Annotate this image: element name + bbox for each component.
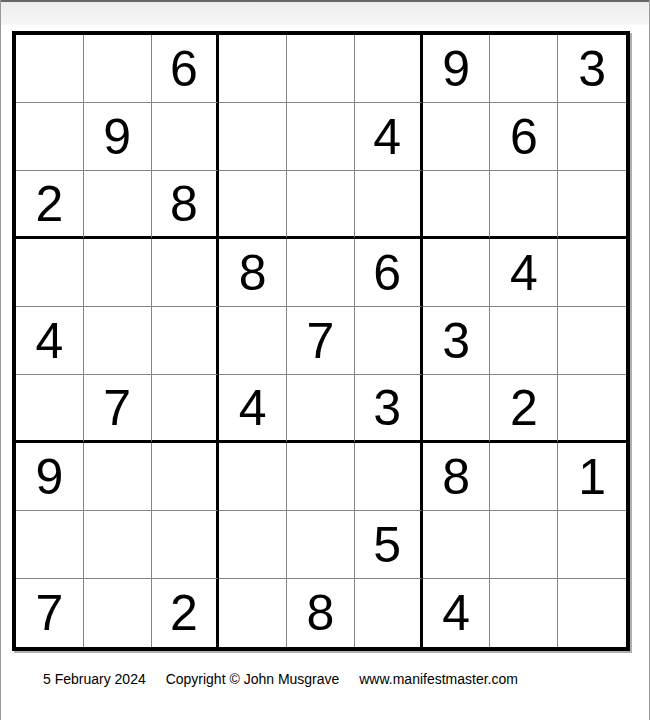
cell-r7c7[interactable]: 8 (423, 443, 491, 511)
cell-r9c7[interactable]: 4 (423, 579, 491, 647)
cell-r6c1[interactable] (16, 375, 84, 443)
cell-r2c5[interactable] (287, 103, 355, 171)
cell-r6c6[interactable]: 3 (355, 375, 423, 443)
cell-r8c4[interactable] (219, 511, 287, 579)
cell-r1c6[interactable] (355, 35, 423, 103)
cell-r1c8[interactable] (490, 35, 558, 103)
cell-r4c6[interactable]: 6 (355, 239, 423, 307)
cell-r9c5[interactable]: 8 (287, 579, 355, 647)
cell-r2c4[interactable] (219, 103, 287, 171)
cell-r3c7[interactable] (423, 171, 491, 239)
cell-r2c8[interactable]: 6 (490, 103, 558, 171)
cell-r8c7[interactable] (423, 511, 491, 579)
cell-r1c7[interactable]: 9 (423, 35, 491, 103)
cell-r2c1[interactable] (16, 103, 84, 171)
cell-r9c2[interactable] (84, 579, 152, 647)
footer-website: www.manifestmaster.com (359, 671, 518, 687)
cell-r8c5[interactable] (287, 511, 355, 579)
cell-r8c6[interactable]: 5 (355, 511, 423, 579)
cell-r1c9[interactable]: 3 (558, 35, 626, 103)
cell-r2c2[interactable]: 9 (84, 103, 152, 171)
cell-r4c3[interactable] (152, 239, 220, 307)
cell-r3c1[interactable]: 2 (16, 171, 84, 239)
footer: 5 February 2024 Copyright © John Musgrav… (43, 671, 518, 687)
cell-r2c7[interactable] (423, 103, 491, 171)
cell-r7c6[interactable] (355, 443, 423, 511)
cell-r3c9[interactable] (558, 171, 626, 239)
cell-r6c5[interactable] (287, 375, 355, 443)
cell-r5c7[interactable]: 3 (423, 307, 491, 375)
cell-r4c8[interactable]: 4 (490, 239, 558, 307)
cell-r6c8[interactable]: 2 (490, 375, 558, 443)
cell-r5c4[interactable] (219, 307, 287, 375)
footer-date: 5 February 2024 (43, 671, 146, 687)
cell-r5c8[interactable] (490, 307, 558, 375)
cell-r6c4[interactable]: 4 (219, 375, 287, 443)
cell-r5c9[interactable] (558, 307, 626, 375)
cell-r5c3[interactable] (152, 307, 220, 375)
cell-r7c8[interactable] (490, 443, 558, 511)
cell-r5c6[interactable] (355, 307, 423, 375)
cell-r1c4[interactable] (219, 35, 287, 103)
cell-r3c5[interactable] (287, 171, 355, 239)
cell-r3c8[interactable] (490, 171, 558, 239)
cell-r4c2[interactable] (84, 239, 152, 307)
cell-r7c5[interactable] (287, 443, 355, 511)
cell-r9c3[interactable]: 2 (152, 579, 220, 647)
cell-r3c2[interactable] (84, 171, 152, 239)
cell-r7c2[interactable] (84, 443, 152, 511)
cell-r3c6[interactable] (355, 171, 423, 239)
cell-r8c3[interactable] (152, 511, 220, 579)
cell-r3c4[interactable] (219, 171, 287, 239)
cell-r8c8[interactable] (490, 511, 558, 579)
cell-r4c7[interactable] (423, 239, 491, 307)
cell-r6c2[interactable]: 7 (84, 375, 152, 443)
sudoku-page: 69394628864473743298157284 5 February 20… (0, 0, 650, 720)
cell-r6c7[interactable] (423, 375, 491, 443)
cell-r1c5[interactable] (287, 35, 355, 103)
cell-r1c3[interactable]: 6 (152, 35, 220, 103)
cell-r9c9[interactable] (558, 579, 626, 647)
cell-r5c1[interactable]: 4 (16, 307, 84, 375)
cell-r1c1[interactable] (16, 35, 84, 103)
cell-r6c3[interactable] (152, 375, 220, 443)
cell-r1c2[interactable] (84, 35, 152, 103)
cell-r7c3[interactable] (152, 443, 220, 511)
page-top-band (1, 0, 649, 25)
cell-r7c1[interactable]: 9 (16, 443, 84, 511)
cell-r4c9[interactable] (558, 239, 626, 307)
cell-r8c9[interactable] (558, 511, 626, 579)
cell-r5c2[interactable] (84, 307, 152, 375)
sudoku-board: 69394628864473743298157284 (12, 31, 630, 651)
cell-r2c9[interactable] (558, 103, 626, 171)
cell-r2c3[interactable] (152, 103, 220, 171)
cell-r6c9[interactable] (558, 375, 626, 443)
cell-r4c1[interactable] (16, 239, 84, 307)
cell-r2c6[interactable]: 4 (355, 103, 423, 171)
cell-r8c2[interactable] (84, 511, 152, 579)
cell-r4c4[interactable]: 8 (219, 239, 287, 307)
footer-copyright: Copyright © John Musgrave (166, 671, 340, 687)
cell-r9c1[interactable]: 7 (16, 579, 84, 647)
cell-r3c3[interactable]: 8 (152, 171, 220, 239)
cell-r5c5[interactable]: 7 (287, 307, 355, 375)
cell-r9c4[interactable] (219, 579, 287, 647)
cell-r9c8[interactable] (490, 579, 558, 647)
cell-r7c4[interactable] (219, 443, 287, 511)
cell-r8c1[interactable] (16, 511, 84, 579)
cell-r4c5[interactable] (287, 239, 355, 307)
cell-r9c6[interactable] (355, 579, 423, 647)
cell-r7c9[interactable]: 1 (558, 443, 626, 511)
